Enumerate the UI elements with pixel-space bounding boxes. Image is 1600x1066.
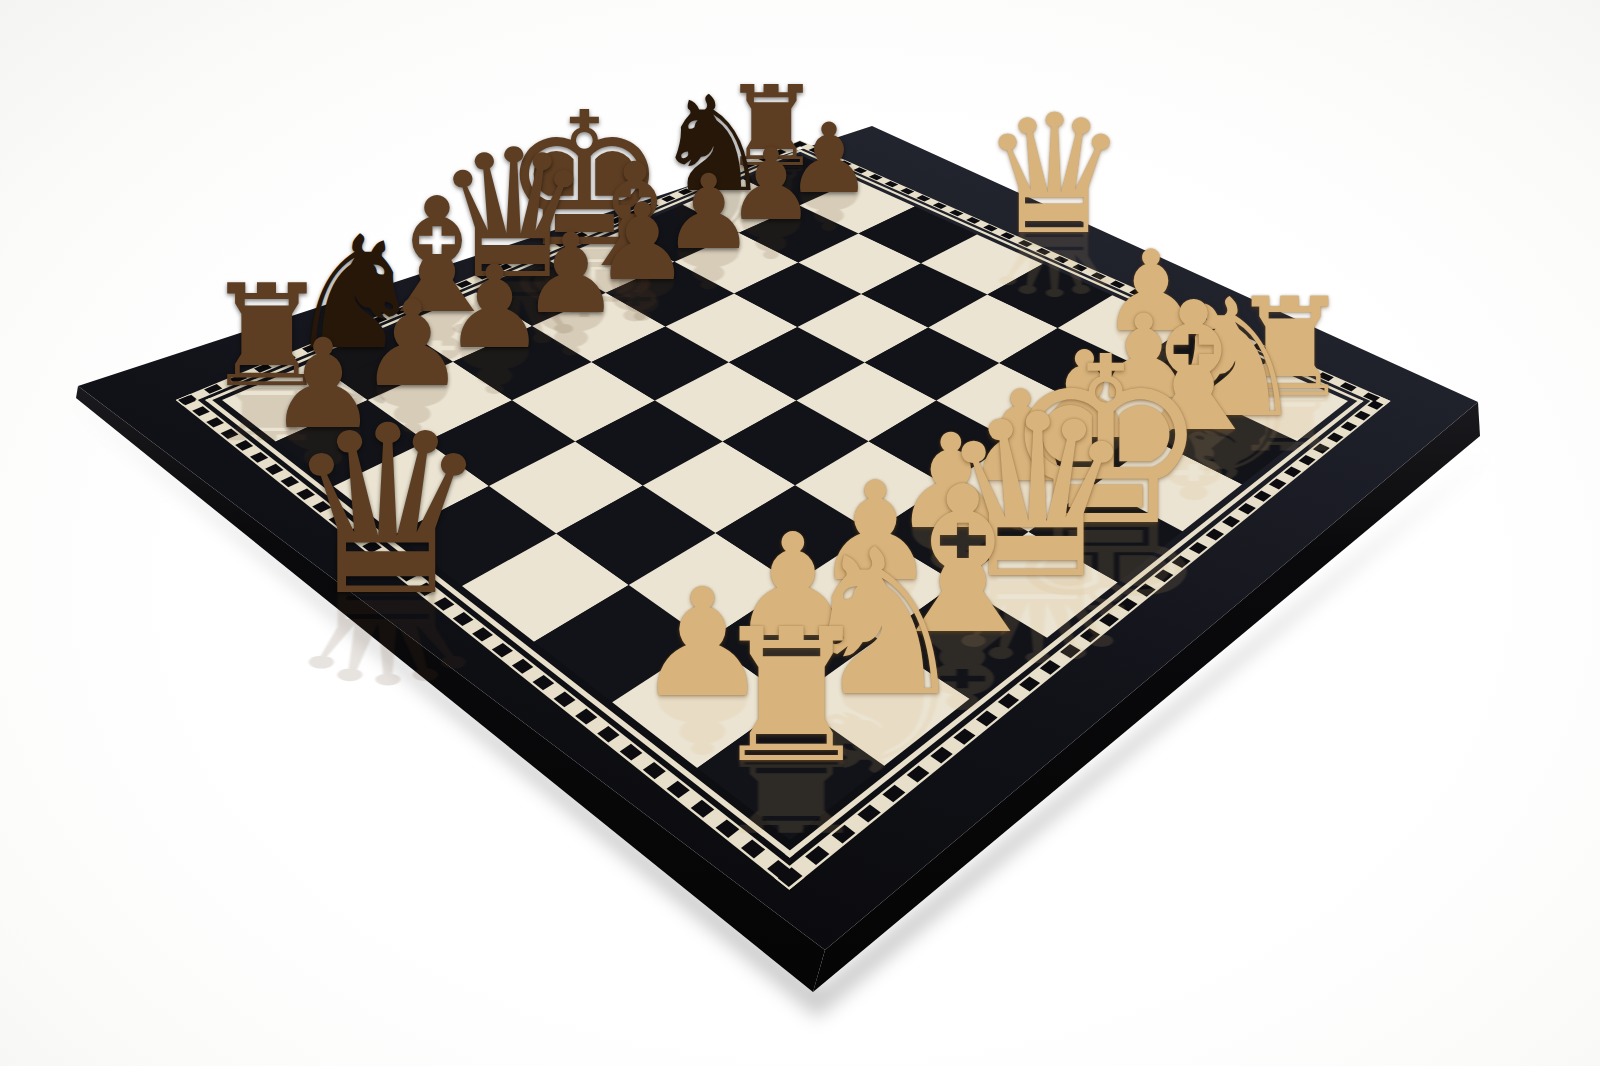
chessboard [0, 0, 1600, 1066]
chess-set-photo: ♜♜♞♞♟♟♟♟♛♛♚♚♟♟♝♝♛♛♟♟♝♝♟♟♟♟♞♞♟♟♜♜♟♟♟♟♜♜♞♞… [0, 0, 1600, 1066]
